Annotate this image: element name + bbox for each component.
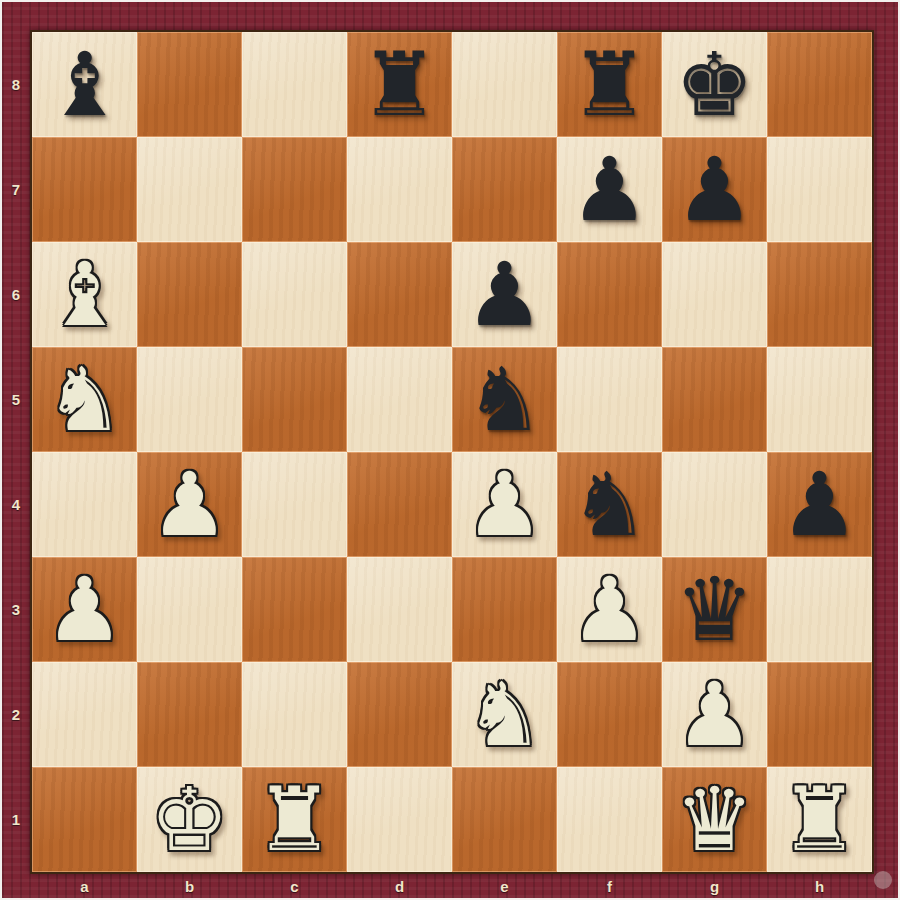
square-e4[interactable]: ♟: [452, 452, 557, 557]
square-g5[interactable]: [662, 347, 767, 452]
square-f5[interactable]: [557, 347, 662, 452]
rank-label-1: 1: [2, 767, 30, 872]
square-e1[interactable]: [452, 767, 557, 872]
square-c3[interactable]: [242, 557, 347, 662]
square-f7[interactable]: ♟: [557, 137, 662, 242]
square-e2[interactable]: ♞: [452, 662, 557, 767]
square-c5[interactable]: [242, 347, 347, 452]
square-a7[interactable]: [32, 137, 137, 242]
rank-label-4: 4: [2, 452, 30, 557]
square-h4[interactable]: ♟: [767, 452, 872, 557]
rank-label-7: 7: [2, 137, 30, 242]
square-f8[interactable]: ♜: [557, 32, 662, 137]
piece-white-bishop-a6[interactable]: ♝: [45, 251, 124, 339]
piece-black-queen-g3[interactable]: ♛: [675, 566, 754, 654]
square-d8[interactable]: ♜: [347, 32, 452, 137]
square-g1[interactable]: ♛: [662, 767, 767, 872]
piece-black-pawn-h4[interactable]: ♟: [780, 461, 859, 549]
square-f4[interactable]: ♞: [557, 452, 662, 557]
file-label-a: a: [32, 874, 137, 900]
square-b2[interactable]: [137, 662, 242, 767]
file-label-g: g: [662, 874, 767, 900]
square-a8[interactable]: ♝: [32, 32, 137, 137]
rank-label-6: 6: [2, 242, 30, 347]
piece-black-rook-f8[interactable]: ♜: [570, 41, 649, 129]
piece-white-pawn-f3[interactable]: ♟: [570, 566, 649, 654]
square-d7[interactable]: [347, 137, 452, 242]
piece-black-rook-d8[interactable]: ♜: [360, 41, 439, 129]
piece-black-pawn-f7[interactable]: ♟: [570, 146, 649, 234]
square-a6[interactable]: ♝: [32, 242, 137, 347]
square-c4[interactable]: [242, 452, 347, 557]
square-b5[interactable]: [137, 347, 242, 452]
file-label-e: e: [452, 874, 557, 900]
rank-label-3: 3: [2, 557, 30, 662]
square-b1[interactable]: ♚: [137, 767, 242, 872]
square-d5[interactable]: [347, 347, 452, 452]
rank-label-2: 2: [2, 662, 30, 767]
square-e6[interactable]: ♟: [452, 242, 557, 347]
piece-black-knight-e5[interactable]: ♞: [465, 356, 544, 444]
chess-board-frame: ♝♜♜♚♟♟♝♟♞♞♟♟♞♟♟♟♛♞♟♚♜♛♜ 87654321 abcdefg…: [0, 0, 900, 900]
rank-label-8: 8: [2, 32, 30, 137]
square-c2[interactable]: [242, 662, 347, 767]
piece-white-pawn-b4[interactable]: ♟: [150, 461, 229, 549]
square-c6[interactable]: [242, 242, 347, 347]
square-d1[interactable]: [347, 767, 452, 872]
piece-white-pawn-g2[interactable]: ♟: [675, 671, 754, 759]
square-a2[interactable]: [32, 662, 137, 767]
square-c8[interactable]: [242, 32, 347, 137]
square-f6[interactable]: [557, 242, 662, 347]
file-label-d: d: [347, 874, 452, 900]
square-d3[interactable]: [347, 557, 452, 662]
corner-dot: [874, 871, 892, 889]
piece-white-queen-g1[interactable]: ♛: [675, 776, 754, 864]
piece-white-knight-e2[interactable]: ♞: [465, 671, 544, 759]
piece-white-pawn-a3[interactable]: ♟: [45, 566, 124, 654]
square-h6[interactable]: [767, 242, 872, 347]
square-a1[interactable]: [32, 767, 137, 872]
square-g2[interactable]: ♟: [662, 662, 767, 767]
file-label-c: c: [242, 874, 347, 900]
square-h8[interactable]: [767, 32, 872, 137]
piece-white-rook-c1[interactable]: ♜: [255, 776, 334, 864]
file-label-f: f: [557, 874, 662, 900]
square-d2[interactable]: [347, 662, 452, 767]
square-b3[interactable]: [137, 557, 242, 662]
piece-black-knight-f4[interactable]: ♞: [570, 461, 649, 549]
square-b6[interactable]: [137, 242, 242, 347]
square-g6[interactable]: [662, 242, 767, 347]
square-h5[interactable]: [767, 347, 872, 452]
square-e3[interactable]: [452, 557, 557, 662]
piece-white-pawn-e4[interactable]: ♟: [465, 461, 544, 549]
square-d4[interactable]: [347, 452, 452, 557]
file-label-h: h: [767, 874, 872, 900]
square-c1[interactable]: ♜: [242, 767, 347, 872]
square-b7[interactable]: [137, 137, 242, 242]
square-c7[interactable]: [242, 137, 347, 242]
rank-label-5: 5: [2, 347, 30, 452]
square-h2[interactable]: [767, 662, 872, 767]
file-label-b: b: [137, 874, 242, 900]
chess-board: ♝♜♜♚♟♟♝♟♞♞♟♟♞♟♟♟♛♞♟♚♜♛♜: [30, 30, 874, 874]
square-h7[interactable]: [767, 137, 872, 242]
piece-white-rook-h1[interactable]: ♜: [780, 776, 859, 864]
square-e7[interactable]: [452, 137, 557, 242]
square-a3[interactable]: ♟: [32, 557, 137, 662]
square-f1[interactable]: [557, 767, 662, 872]
square-e8[interactable]: [452, 32, 557, 137]
piece-black-pawn-e6[interactable]: ♟: [465, 251, 544, 339]
square-h1[interactable]: ♜: [767, 767, 872, 872]
square-d6[interactable]: [347, 242, 452, 347]
piece-white-knight-a5[interactable]: ♞: [45, 356, 124, 444]
square-b8[interactable]: [137, 32, 242, 137]
square-h3[interactable]: [767, 557, 872, 662]
square-e5[interactable]: ♞: [452, 347, 557, 452]
square-f3[interactable]: ♟: [557, 557, 662, 662]
square-g8[interactable]: ♚: [662, 32, 767, 137]
piece-white-king-b1[interactable]: ♚: [150, 776, 229, 864]
piece-black-bishop-a8[interactable]: ♝: [45, 41, 124, 129]
square-g4[interactable]: [662, 452, 767, 557]
square-g3[interactable]: ♛: [662, 557, 767, 662]
piece-black-king-g8[interactable]: ♚: [675, 41, 754, 129]
square-b4[interactable]: ♟: [137, 452, 242, 557]
piece-black-pawn-g7[interactable]: ♟: [675, 146, 754, 234]
square-a4[interactable]: [32, 452, 137, 557]
square-g7[interactable]: ♟: [662, 137, 767, 242]
square-f2[interactable]: [557, 662, 662, 767]
square-a5[interactable]: ♞: [32, 347, 137, 452]
